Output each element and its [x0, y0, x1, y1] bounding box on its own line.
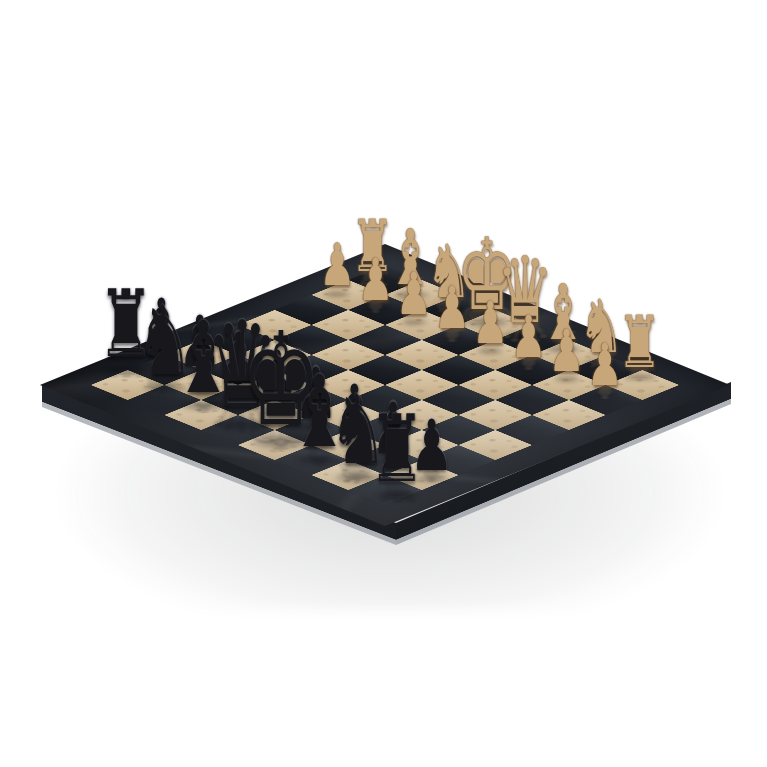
product-photo: ♜♜♟♟♝♝♟♟♞♞♚♚♟♟♛♛♟♟♝♝♟♟♟♟♞♞♟♟♜♜♟♟♜♜♟♟♞♞♟♟…	[0, 0, 767, 767]
